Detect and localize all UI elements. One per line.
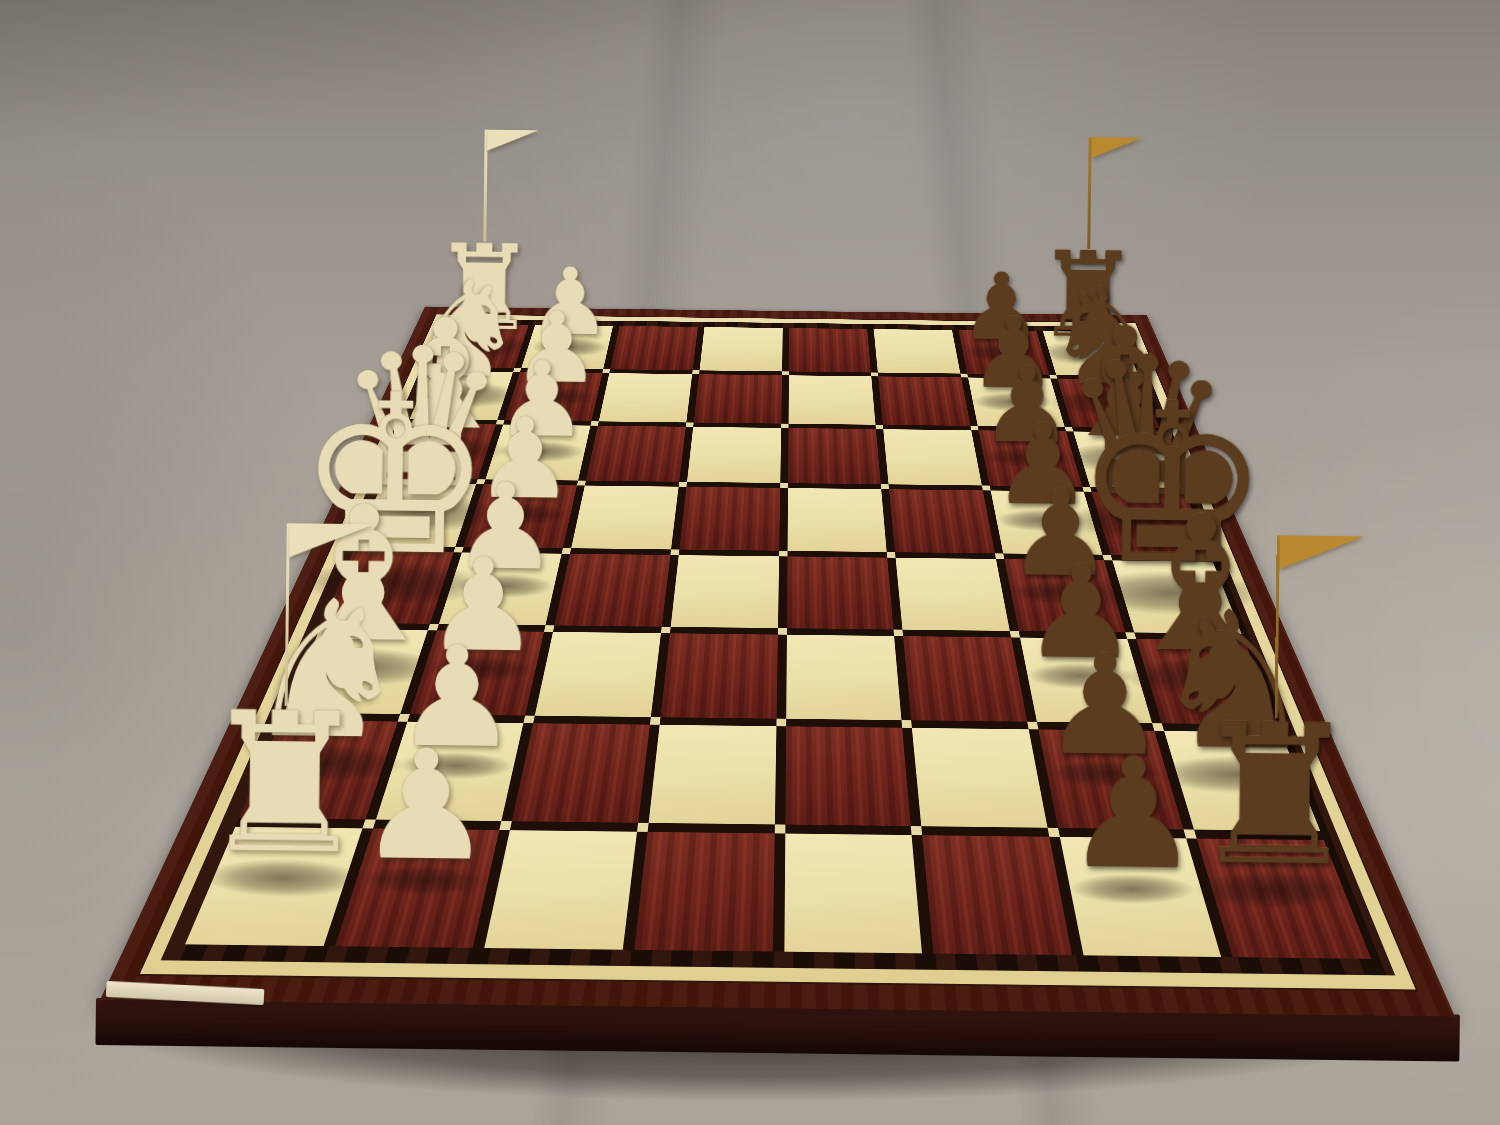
pawn-glyph: ♟	[357, 729, 495, 882]
rook-glyph: ♜	[1187, 698, 1362, 893]
scene: ♜♟♟♜♞♟♟♞♝♟♟♝♛♟♟♛♚♟♟♚♝♟♟♝♞♟♟♞♜♟♟♜	[0, 0, 1500, 1125]
white-rook-h1[interactable]: ♜	[197, 686, 372, 881]
white-pawn-h2[interactable]: ♟	[357, 729, 495, 882]
rook-flag	[1280, 535, 1364, 570]
pawn-glyph: ♟	[1064, 738, 1202, 891]
board-tilt-wrapper: ♜♟♟♜♞♟♟♞♝♟♟♝♛♟♟♛♚♟♟♚♝♟♟♝♞♟♟♞♜♟♟♜	[0, 0, 1500, 1125]
black-rook-h8[interactable]: ♜	[1187, 698, 1362, 893]
rook-flag	[1091, 137, 1142, 159]
black-pawn-h7[interactable]: ♟	[1064, 738, 1202, 891]
rook-flag	[488, 130, 539, 152]
rook-glyph: ♜	[197, 686, 372, 881]
rook-flag	[289, 523, 373, 558]
pieces-layer: ♜♟♟♜♞♟♟♞♝♟♟♝♛♟♟♛♚♟♟♚♝♟♟♝♞♟♟♞♜♟♟♜	[0, 0, 1500, 1125]
